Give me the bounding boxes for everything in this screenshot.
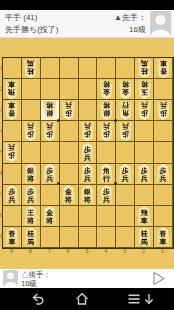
hoshi-dot [114, 182, 117, 185]
square-7g[interactable] [41, 185, 60, 206]
rank-label-8: 8 [0, 205, 3, 226]
square-6c[interactable]: 歩兵 [60, 100, 79, 121]
file-label-3: 3 [115, 248, 134, 255]
file-label-2: 2 [134, 248, 153, 255]
square-3d[interactable]: 歩兵 [116, 121, 135, 142]
square-9i[interactable]: 香車 [3, 227, 22, 248]
square-6d[interactable] [60, 121, 79, 142]
person-icon [150, 11, 171, 36]
square-7c[interactable]: 銀将 [41, 100, 60, 121]
person-icon [3, 270, 18, 286]
piece-gote-p: 歩兵 [118, 122, 133, 141]
piece-gote-b: 角行 [118, 101, 133, 120]
square-5i[interactable] [79, 227, 98, 248]
square-2b[interactable]: 玉将 [135, 79, 154, 100]
app-screen: 平手 (41) 先手勝ち(投了) ▲先手： 16級 桂馬桂馬香車飛車金将金将玉将… [0, 0, 174, 310]
square-6b[interactable] [60, 79, 79, 100]
piece-sente-n: 桂馬 [137, 227, 152, 246]
rank-label-2: 2 [0, 78, 3, 99]
hoshi-dot [57, 119, 60, 122]
sente-player-rank: 16級 [129, 24, 146, 35]
square-3b[interactable]: 金将 [116, 79, 135, 100]
square-1h[interactable] [154, 206, 173, 227]
rank-label-6: 6 [0, 163, 3, 184]
piece-gote-p: 歩兵 [61, 101, 76, 120]
square-1e[interactable] [154, 142, 173, 163]
square-4a[interactable] [97, 58, 116, 79]
square-7e[interactable] [41, 142, 60, 163]
sente-player-label: ▲先手： [114, 12, 146, 23]
piece-gote-s: 銀将 [99, 101, 114, 120]
square-3c[interactable]: 角行 [116, 100, 135, 121]
square-7h[interactable]: 金将 [41, 206, 60, 227]
rank-coordinates: 123456789 [0, 57, 3, 247]
piece-sente-p: 歩兵 [42, 164, 57, 183]
square-4i[interactable] [97, 227, 116, 248]
rank-label-3: 3 [0, 99, 3, 120]
square-2c[interactable]: 歩兵 [135, 100, 154, 121]
square-4c[interactable]: 銀将 [97, 100, 116, 121]
square-1g[interactable] [154, 185, 173, 206]
square-3a[interactable] [116, 58, 135, 79]
square-1f[interactable]: 歩兵 [154, 164, 173, 185]
back-icon[interactable] [31, 292, 45, 306]
piece-gote-n: 桂馬 [23, 59, 38, 78]
home-icon[interactable] [75, 292, 89, 306]
square-9d[interactable] [3, 121, 22, 142]
square-3f[interactable]: 歩兵 [116, 164, 135, 185]
piece-gote-g: 金将 [118, 80, 133, 99]
square-8c[interactable] [22, 100, 41, 121]
rank-label-7: 7 [0, 184, 3, 205]
piece-gote-p: 歩兵 [23, 122, 38, 141]
square-1b[interactable] [154, 79, 173, 100]
piece-gote-p: 歩兵 [80, 122, 95, 141]
gote-player-bar: △後手： 16級 [0, 269, 174, 288]
piece-gote-p: 歩兵 [4, 143, 19, 162]
square-7d[interactable]: 歩兵 [41, 121, 60, 142]
file-coordinates: 987654321 [2, 248, 172, 255]
square-9g[interactable]: 歩兵 [3, 185, 22, 206]
square-6h[interactable] [60, 206, 79, 227]
file-label-9: 9 [2, 248, 21, 255]
android-nav-bar [0, 288, 174, 310]
square-4b[interactable]: 金将 [97, 79, 116, 100]
square-7i[interactable] [41, 227, 60, 248]
square-8f[interactable]: 銀将 [22, 164, 41, 185]
square-8g[interactable]: 歩兵 [22, 185, 41, 206]
piece-gote-p: 歩兵 [156, 101, 171, 120]
hoshi-dot [114, 119, 117, 122]
piece-sente-s: 銀将 [23, 164, 38, 183]
piece-gote-r: 飛車 [4, 80, 19, 99]
rank-label-9: 9 [0, 226, 3, 247]
square-6i[interactable] [60, 227, 79, 248]
square-3h[interactable] [116, 206, 135, 227]
piece-sente-p: 歩兵 [137, 164, 152, 183]
square-1i[interactable]: 香車 [154, 227, 173, 248]
piece-gote-l: 香車 [156, 59, 171, 78]
rank-label-5: 5 [0, 141, 3, 162]
square-1c[interactable]: 歩兵 [154, 100, 173, 121]
square-6f[interactable] [60, 164, 79, 185]
shogi-board: 桂馬桂馬香車飛車金将金将玉将香車銀将歩兵銀将角行歩兵歩兵歩兵歩兵歩兵歩兵歩兵歩兵… [2, 57, 174, 249]
square-5f[interactable]: 歩兵 [79, 164, 98, 185]
piece-gote-n: 桂馬 [137, 59, 152, 78]
square-2e[interactable] [135, 142, 154, 163]
piece-sente-g: 金将 [42, 206, 57, 225]
square-4g[interactable]: 歩兵 [97, 185, 116, 206]
square-2g[interactable] [135, 185, 154, 206]
square-9f[interactable] [3, 164, 22, 185]
piece-sente-l: 香車 [4, 227, 19, 246]
square-9c[interactable]: 香車 [3, 100, 22, 121]
piece-sente-p: 歩兵 [156, 164, 171, 183]
menu-icon[interactable] [127, 292, 141, 306]
square-5c[interactable] [79, 100, 98, 121]
square-9h[interactable] [3, 206, 22, 227]
square-5g[interactable]: 銀将 [79, 185, 98, 206]
square-6e[interactable] [60, 142, 79, 163]
rank-label-1: 1 [0, 57, 3, 78]
square-5e[interactable]: 歩兵 [79, 142, 98, 163]
file-label-4: 4 [96, 248, 115, 255]
piece-gote-s: 銀将 [42, 101, 57, 120]
square-8a[interactable]: 桂馬 [22, 58, 41, 79]
piece-sente-p: 歩兵 [80, 143, 95, 162]
square-9b[interactable]: 飛車 [3, 79, 22, 100]
file-label-8: 8 [21, 248, 40, 255]
piece-gote-l: 香車 [4, 101, 19, 120]
file-label-5: 5 [78, 248, 97, 255]
piece-gote-p: 歩兵 [42, 122, 57, 141]
square-8i[interactable]: 桂馬 [22, 227, 41, 248]
square-1d[interactable] [154, 121, 173, 142]
piece-sente-k: 王将 [23, 206, 38, 225]
game-result: 先手勝ち(投了) [5, 24, 59, 35]
gote-avatar [3, 270, 18, 286]
file-label-6: 6 [59, 248, 78, 255]
square-5h[interactable] [79, 206, 98, 227]
square-5b[interactable] [79, 79, 98, 100]
piece-sente-s: 銀将 [80, 185, 95, 204]
square-3e[interactable] [116, 142, 135, 163]
piece-sente-p: 歩兵 [80, 164, 95, 183]
square-2h[interactable]: 飛車 [135, 206, 154, 227]
hide-nav-down-arrow-icon[interactable] [142, 292, 156, 306]
piece-gote-g: 金将 [99, 80, 114, 99]
square-9a[interactable] [3, 58, 22, 79]
piece-sente-p: 歩兵 [4, 185, 19, 204]
square-2d[interactable] [135, 121, 154, 142]
file-label-1: 1 [153, 248, 172, 255]
square-8d[interactable]: 歩兵 [22, 121, 41, 142]
android-status-bar [0, 0, 174, 10]
square-5d[interactable]: 歩兵 [79, 121, 98, 142]
square-4h[interactable] [97, 206, 116, 227]
handicap-and-moves: 平手 (41) [5, 12, 37, 23]
piece-sente-p: 歩兵 [118, 164, 133, 183]
hoshi-dot [57, 182, 60, 185]
square-9e[interactable]: 歩兵 [3, 142, 22, 163]
square-8b[interactable] [22, 79, 41, 100]
square-2f[interactable]: 歩兵 [135, 164, 154, 185]
file-label-7: 7 [40, 248, 59, 255]
piece-sente-b: 角行 [99, 164, 114, 183]
piece-gote-k: 玉将 [137, 80, 152, 99]
sente-avatar [150, 11, 171, 36]
play-button[interactable] [151, 271, 166, 286]
piece-sente-r: 飛車 [137, 206, 152, 225]
square-6a[interactable] [60, 58, 79, 79]
piece-gote-p: 歩兵 [137, 101, 152, 120]
square-2a[interactable]: 桂馬 [135, 58, 154, 79]
game-info-header: 平手 (41) 先手勝ち(投了) ▲先手： 16級 [0, 10, 174, 38]
piece-gote-p: 歩兵 [99, 122, 114, 141]
square-2i[interactable]: 桂馬 [135, 227, 154, 248]
square-5a[interactable] [79, 58, 98, 79]
piece-sente-n: 桂馬 [23, 227, 38, 246]
piece-sente-p: 歩兵 [23, 185, 38, 204]
square-3g[interactable] [116, 185, 135, 206]
square-8h[interactable]: 王将 [22, 206, 41, 227]
piece-sente-l: 香車 [156, 227, 171, 246]
square-4d[interactable]: 歩兵 [97, 121, 116, 142]
rank-label-4: 4 [0, 120, 3, 141]
square-4e[interactable] [97, 142, 116, 163]
piece-sente-g: 金将 [61, 185, 76, 204]
square-3i[interactable] [116, 227, 135, 248]
piece-sente-p: 歩兵 [99, 185, 114, 204]
square-8e[interactable] [22, 142, 41, 163]
square-7b[interactable] [41, 79, 60, 100]
square-1a[interactable]: 香車 [154, 58, 173, 79]
square-7a[interactable] [41, 58, 60, 79]
square-6g[interactable]: 金将 [60, 185, 79, 206]
